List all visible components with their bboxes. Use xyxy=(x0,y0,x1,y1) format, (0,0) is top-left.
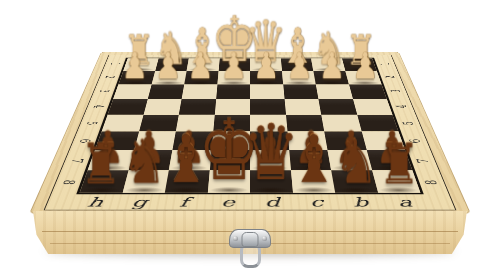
square-d6[interactable] xyxy=(250,132,289,151)
piece-shadow xyxy=(209,187,248,194)
square-g7[interactable]: ♟ xyxy=(128,150,172,170)
square-b4[interactable] xyxy=(318,99,356,115)
square-d3[interactable] xyxy=(250,84,284,98)
square-b7[interactable]: ♟ xyxy=(328,150,372,170)
rank-label-right-5: 5 xyxy=(387,118,430,127)
square-b1[interactable]: ♞ xyxy=(311,58,345,70)
square-e2[interactable]: ♟ xyxy=(217,71,250,84)
latch-clasp-icon xyxy=(228,229,272,268)
rank-label-left-4: 4 xyxy=(77,102,118,111)
rank-label-right-2: 2 xyxy=(372,73,409,80)
white-knight-piece: ♞ xyxy=(154,26,187,71)
square-f4[interactable] xyxy=(179,99,216,115)
square-f5[interactable] xyxy=(176,115,215,132)
file-label-f: f xyxy=(160,194,206,210)
board-scene: 12345678 ♜♞♝♚♛♝♞♜♟♟♟♟♟♟♟♟♟♟♟♟♟♟♟♟♜♞♝♚♛♝♞… xyxy=(0,0,500,214)
square-e4[interactable] xyxy=(214,99,250,115)
playfield: ♜♞♝♚♛♝♞♜♟♟♟♟♟♟♟♟♟♟♟♟♟♟♟♟♜♞♝♚♛♝♞♜ xyxy=(76,58,424,194)
rank-label-left-2: 2 xyxy=(91,73,128,80)
screw-icon xyxy=(233,236,238,241)
screw-icon xyxy=(262,236,267,241)
square-f7[interactable]: ♟ xyxy=(169,150,211,170)
rank-label-left-1: 1 xyxy=(96,60,132,67)
file-label-a: a xyxy=(380,194,429,210)
square-g5[interactable] xyxy=(139,115,179,132)
square-g1[interactable]: ♞ xyxy=(155,58,189,70)
square-d5[interactable] xyxy=(250,115,287,132)
rank-label-left-5: 5 xyxy=(70,118,113,127)
square-b6[interactable] xyxy=(324,132,366,151)
square-c7[interactable]: ♟ xyxy=(289,150,331,170)
square-f3[interactable] xyxy=(182,84,217,98)
rank-label-left-3: 3 xyxy=(84,87,123,95)
square-c3[interactable] xyxy=(283,84,318,98)
clasp-plate xyxy=(229,229,271,248)
rank-label-left-6: 6 xyxy=(62,136,107,146)
chess-set-photo: 12345678 ♜♞♝♚♛♝♞♜♟♟♟♟♟♟♟♟♟♟♟♟♟♟♟♟♜♞♝♚♛♝♞… xyxy=(0,0,500,272)
square-d8[interactable]: ♛ xyxy=(250,170,293,192)
clasp-hump xyxy=(242,232,259,247)
square-c2[interactable]: ♟ xyxy=(282,71,316,84)
square-c4[interactable] xyxy=(284,99,321,115)
square-d1[interactable]: ♛ xyxy=(250,58,282,70)
square-g6[interactable] xyxy=(134,132,176,151)
clasp-loop xyxy=(240,245,261,268)
square-f1[interactable]: ♝ xyxy=(187,58,220,70)
rank-label-left-8: 8 xyxy=(43,176,92,188)
square-c5[interactable] xyxy=(286,115,325,132)
square-c6[interactable] xyxy=(287,132,327,151)
square-g8[interactable]: ♞ xyxy=(122,170,169,192)
square-d2[interactable]: ♟ xyxy=(250,71,283,84)
file-label-d: d xyxy=(250,194,295,210)
square-e5[interactable] xyxy=(213,115,250,132)
square-d7[interactable]: ♟ xyxy=(250,150,291,170)
rank-label-right-6: 6 xyxy=(393,136,438,146)
square-f2[interactable]: ♟ xyxy=(184,71,218,84)
rank-label-left-7: 7 xyxy=(53,155,100,166)
file-label-c: c xyxy=(293,194,339,210)
rank-label-right-1: 1 xyxy=(368,60,404,67)
square-e8[interactable]: ♚ xyxy=(207,170,250,192)
square-e7[interactable]: ♟ xyxy=(209,150,250,170)
square-e6[interactable] xyxy=(211,132,250,151)
square-e1[interactable]: ♚ xyxy=(218,58,250,70)
rank-label-right-8: 8 xyxy=(407,176,456,188)
chess-board: 12345678 ♜♞♝♚♛♝♞♜♟♟♟♟♟♟♟♟♟♟♟♟♟♟♟♟♜♞♝♚♛♝♞… xyxy=(29,52,471,214)
piece-shadow xyxy=(294,187,334,194)
file-label-g: g xyxy=(115,194,163,210)
white-bishop-piece: ♝ xyxy=(185,22,221,71)
file-labels-near: hgfedcba xyxy=(71,194,430,210)
square-c8[interactable]: ♝ xyxy=(291,170,336,192)
square-f8[interactable]: ♝ xyxy=(165,170,210,192)
square-b5[interactable] xyxy=(321,115,361,132)
square-c1[interactable]: ♝ xyxy=(281,58,314,70)
file-label-b: b xyxy=(337,194,385,210)
square-b2[interactable]: ♟ xyxy=(313,71,348,84)
square-b3[interactable] xyxy=(316,84,353,98)
rank-label-right-4: 4 xyxy=(382,102,423,111)
square-g2[interactable]: ♟ xyxy=(151,71,186,84)
piece-shadow xyxy=(336,187,377,194)
square-d4[interactable] xyxy=(250,99,286,115)
square-e3[interactable] xyxy=(216,84,250,98)
white-bishop-piece: ♝ xyxy=(280,22,316,71)
rank-label-right-7: 7 xyxy=(400,155,447,166)
board-border-frame: 12345678 ♜♞♝♚♛♝♞♜♟♟♟♟♟♟♟♟♟♟♟♟♟♟♟♟♜♞♝♚♛♝♞… xyxy=(44,55,457,210)
rank-label-right-3: 3 xyxy=(377,87,416,95)
piece-shadow xyxy=(124,187,165,194)
square-g4[interactable] xyxy=(143,99,181,115)
white-knight-piece: ♞ xyxy=(313,26,346,71)
piece-shadow xyxy=(166,187,206,194)
file-label-e: e xyxy=(205,194,250,210)
piece-shadow xyxy=(252,187,291,194)
square-f6[interactable] xyxy=(172,132,212,151)
square-b8[interactable]: ♞ xyxy=(331,170,378,192)
square-g3[interactable] xyxy=(147,84,184,98)
file-label-h: h xyxy=(71,194,120,210)
